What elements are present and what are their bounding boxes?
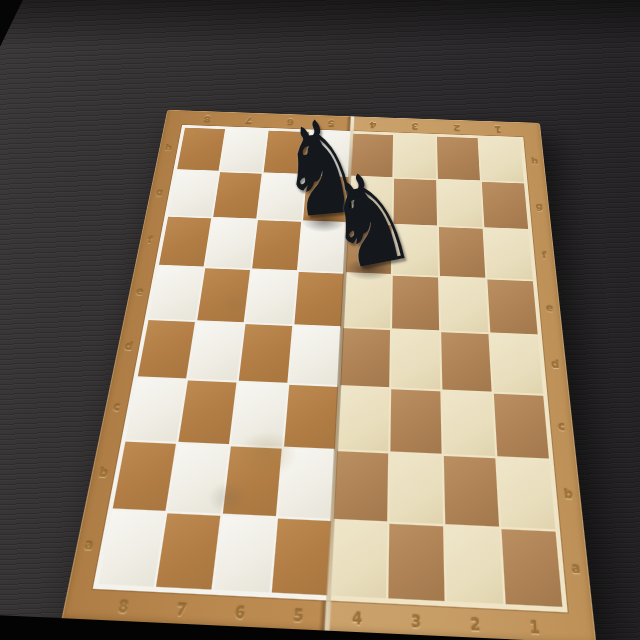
square-h7 <box>220 129 267 172</box>
square-d8 <box>138 320 195 378</box>
square-f8 <box>159 217 211 267</box>
square-a1 <box>501 529 562 607</box>
top-shadow <box>0 0 640 48</box>
square-f1 <box>484 229 532 280</box>
square-d4 <box>340 328 390 387</box>
square-a8 <box>98 511 165 587</box>
square-h1 <box>479 138 524 182</box>
square-c5 <box>284 385 338 449</box>
square-e1 <box>487 279 537 334</box>
square-b7 <box>168 444 229 514</box>
square-f7 <box>206 218 257 268</box>
coordinate-label-bottom-7: 7 <box>150 596 212 625</box>
coordinate-label-bottom-5: 5 <box>268 602 328 631</box>
square-d2 <box>441 332 491 391</box>
square-g2 <box>438 180 483 227</box>
square-d5 <box>289 326 341 385</box>
coordinate-label-bottom-3: 3 <box>386 607 446 637</box>
square-g7 <box>213 172 261 218</box>
square-e7 <box>197 268 250 322</box>
coordinate-label-bottom-2: 2 <box>445 610 505 640</box>
square-a6 <box>214 516 276 592</box>
square-b8 <box>113 442 176 511</box>
square-d1 <box>490 334 543 394</box>
square-a5 <box>272 519 332 596</box>
coordinate-label-bottom-8: 8 <box>92 593 155 622</box>
square-c1 <box>494 394 549 459</box>
square-e2 <box>440 278 488 333</box>
square-a7 <box>156 513 220 589</box>
square-b6 <box>223 446 282 516</box>
coordinate-label-top-2: 2 <box>435 121 477 134</box>
square-b2 <box>444 456 499 527</box>
square-c3 <box>390 389 441 453</box>
square-b5 <box>278 449 335 519</box>
square-e6 <box>246 270 297 324</box>
coordinate-label-bottom-6: 6 <box>209 599 270 628</box>
square-c8 <box>126 378 186 441</box>
square-c6 <box>231 383 287 447</box>
square-c4 <box>337 387 389 451</box>
square-a3 <box>388 524 444 601</box>
square-a2 <box>445 526 503 604</box>
coordinate-label-top-7: 7 <box>227 113 270 126</box>
coordinate-label-top-3: 3 <box>394 119 436 132</box>
square-b4 <box>334 451 388 521</box>
square-c2 <box>442 391 495 456</box>
photo-scene: 87654321 87654321 hgfedcba hgfedcba ♞ ♞ <box>0 0 640 640</box>
coordinate-label-top-1: 1 <box>477 122 520 136</box>
square-b1 <box>497 458 555 529</box>
square-e8 <box>149 266 204 320</box>
square-h8 <box>177 128 225 171</box>
coordinate-label-bottom-1: 1 <box>504 613 565 640</box>
square-a4 <box>330 521 387 598</box>
square-d3 <box>391 330 440 389</box>
square-g8 <box>168 171 218 217</box>
square-d6 <box>239 324 292 383</box>
square-b3 <box>389 454 443 524</box>
square-c7 <box>178 380 236 444</box>
square-f2 <box>439 227 485 278</box>
square-h2 <box>437 137 480 181</box>
square-d7 <box>188 322 243 381</box>
square-g1 <box>482 182 528 229</box>
coordinate-label-top-8: 8 <box>186 112 229 125</box>
coordinate-label-bottom-4: 4 <box>327 604 387 634</box>
